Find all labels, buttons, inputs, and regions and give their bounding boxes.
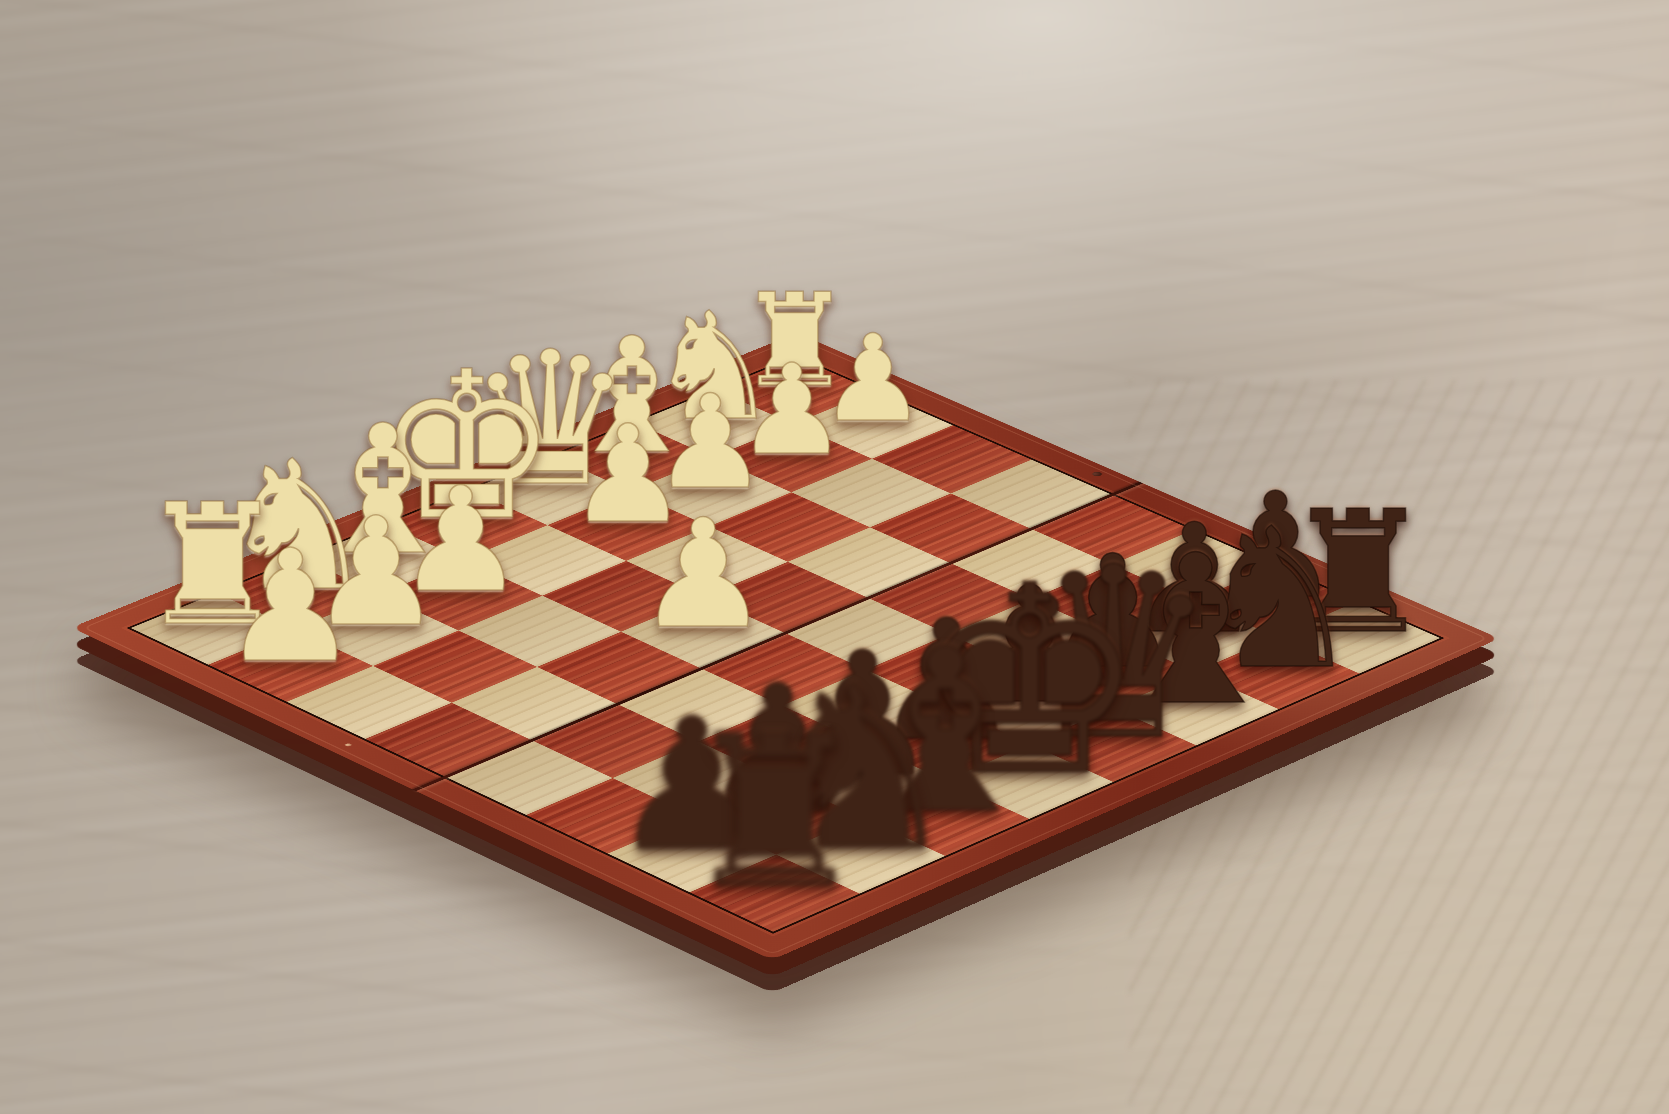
frame-magnet-dot	[344, 743, 353, 747]
frame-magnet-dot	[1278, 558, 1288, 562]
photo-scene: ♜♞♝♛♚♝♞♜♟♟♟♟♟♟♟♟♟♟♟♟♟♟♟♟♜♞♝♛♚♝♞♜ Standar…	[0, 0, 1669, 1114]
frame-knot-dot	[1090, 471, 1104, 477]
